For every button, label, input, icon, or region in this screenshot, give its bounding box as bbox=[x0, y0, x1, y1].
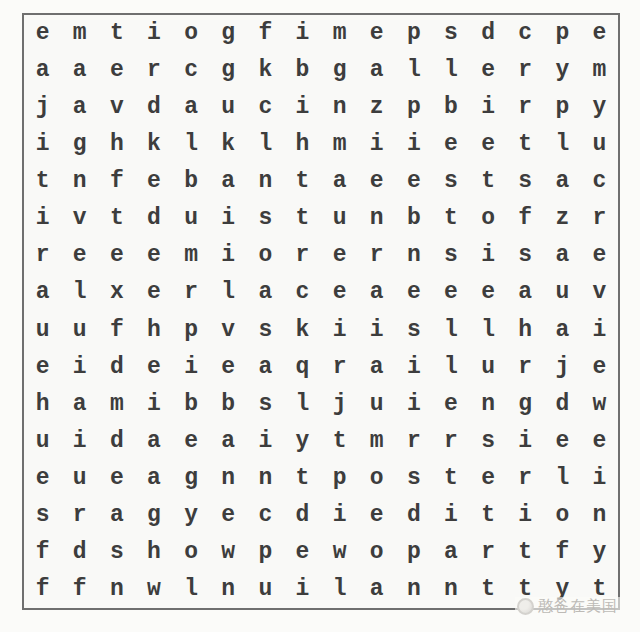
grid-cell-r9c10[interactable]: i bbox=[358, 312, 395, 349]
grid-cell-r6c1[interactable]: i bbox=[24, 200, 61, 237]
grid-cell-r14c16[interactable]: n bbox=[581, 497, 618, 534]
grid-cell-r7c15[interactable]: a bbox=[544, 237, 581, 274]
grid-cell-r16c2[interactable]: f bbox=[61, 571, 98, 608]
grid-cell-r2c4[interactable]: r bbox=[135, 52, 172, 89]
grid-cell-r10c16[interactable]: e bbox=[581, 349, 618, 386]
grid-cell-r15c16[interactable]: y bbox=[581, 534, 618, 571]
grid-cell-r15c1[interactable]: f bbox=[24, 534, 61, 571]
grid-cell-r4c5[interactable]: l bbox=[173, 126, 210, 163]
grid-cell-r14c1[interactable]: s bbox=[24, 497, 61, 534]
grid-cell-r11c13[interactable]: n bbox=[470, 386, 507, 423]
grid-cell-r12c10[interactable]: m bbox=[358, 423, 395, 460]
word-search-grid: emtiogfimepsdcpeaaercgkbgallerymjavdauci… bbox=[22, 13, 620, 610]
grid-cell-r1c16[interactable]: e bbox=[581, 15, 618, 52]
grid-cell-r5c2[interactable]: n bbox=[61, 163, 98, 200]
grid-cell-r1c15[interactable]: p bbox=[544, 15, 581, 52]
grid-cell-r8c12[interactable]: e bbox=[432, 274, 469, 311]
grid-cell-r9c13[interactable]: l bbox=[470, 312, 507, 349]
grid-cell-r10c7[interactable]: a bbox=[247, 349, 284, 386]
grid-cell-r5c9[interactable]: a bbox=[321, 163, 358, 200]
grid-cell-r7c1[interactable]: r bbox=[24, 237, 61, 274]
grid-cell-r9c4[interactable]: h bbox=[135, 312, 172, 349]
grid-cell-r3c6[interactable]: u bbox=[210, 89, 247, 126]
grid-cell-r9c7[interactable]: s bbox=[247, 312, 284, 349]
grid-cell-r1c1[interactable]: e bbox=[24, 15, 61, 52]
grid-cell-r7c12[interactable]: s bbox=[432, 237, 469, 274]
grid-cell-r14c12[interactable]: i bbox=[432, 497, 469, 534]
grid-cell-r9c15[interactable]: a bbox=[544, 312, 581, 349]
grid-cell-r14c7[interactable]: c bbox=[247, 497, 284, 534]
grid-cell-r12c11[interactable]: r bbox=[395, 423, 432, 460]
grid-cell-r7c8[interactable]: r bbox=[284, 237, 321, 274]
grid-cell-r11c8[interactable]: l bbox=[284, 386, 321, 423]
grid-cell-r11c6[interactable]: b bbox=[210, 386, 247, 423]
grid-cell-r8c10[interactable]: a bbox=[358, 274, 395, 311]
grid-cell-r7c6[interactable]: i bbox=[210, 237, 247, 274]
grid-cell-r3c10[interactable]: z bbox=[358, 89, 395, 126]
grid-cell-r11c15[interactable]: d bbox=[544, 386, 581, 423]
grid-cell-r5c16[interactable]: c bbox=[581, 163, 618, 200]
grid-cell-r13c8[interactable]: t bbox=[284, 460, 321, 497]
grid-cell-r5c6[interactable]: a bbox=[210, 163, 247, 200]
grid-cell-r9c5[interactable]: p bbox=[173, 312, 210, 349]
grid-cell-r11c14[interactable]: g bbox=[507, 386, 544, 423]
grid-cell-r7c5[interactable]: m bbox=[173, 237, 210, 274]
grid-cell-r15c14[interactable]: t bbox=[507, 534, 544, 571]
grid-cell-r13c9[interactable]: p bbox=[321, 460, 358, 497]
grid-cell-r5c15[interactable]: a bbox=[544, 163, 581, 200]
grid-cell-r1c13[interactable]: d bbox=[470, 15, 507, 52]
grid-cell-r1c7[interactable]: f bbox=[247, 15, 284, 52]
watermark-logo-icon bbox=[517, 598, 534, 615]
grid-cell-r11c11[interactable]: i bbox=[395, 386, 432, 423]
grid-cell-r3c1[interactable]: j bbox=[24, 89, 61, 126]
grid-cell-r4c7[interactable]: l bbox=[247, 126, 284, 163]
grid-cell-r15c3[interactable]: s bbox=[98, 534, 135, 571]
grid-cell-r5c10[interactable]: e bbox=[358, 163, 395, 200]
grid-cell-r4c8[interactable]: h bbox=[284, 126, 321, 163]
grid-cell-r10c8[interactable]: q bbox=[284, 349, 321, 386]
grid-cell-r15c2[interactable]: d bbox=[61, 534, 98, 571]
grid-cell-r1c10[interactable]: e bbox=[358, 15, 395, 52]
grid-cell-r2c3[interactable]: e bbox=[98, 52, 135, 89]
grid-cell-r3c15[interactable]: p bbox=[544, 89, 581, 126]
grid-cell-r4c16[interactable]: u bbox=[581, 126, 618, 163]
grid-cell-r5c8[interactable]: t bbox=[284, 163, 321, 200]
grid-cell-r10c5[interactable]: i bbox=[173, 349, 210, 386]
grid-cell-r4c13[interactable]: e bbox=[470, 126, 507, 163]
grid-cell-r11c7[interactable]: s bbox=[247, 386, 284, 423]
grid-cell-r10c12[interactable]: l bbox=[432, 349, 469, 386]
grid-cell-r3c14[interactable]: r bbox=[507, 89, 544, 126]
grid-cell-r13c14[interactable]: r bbox=[507, 460, 544, 497]
grid-cell-r7c3[interactable]: e bbox=[98, 237, 135, 274]
grid-cell-r9c14[interactable]: h bbox=[507, 312, 544, 349]
grid-cell-r14c8[interactable]: d bbox=[284, 497, 321, 534]
grid-cell-r12c7[interactable]: i bbox=[247, 423, 284, 460]
grid-cell-r4c2[interactable]: g bbox=[61, 126, 98, 163]
grid-cell-r15c6[interactable]: w bbox=[210, 534, 247, 571]
grid-cell-r8c2[interactable]: l bbox=[61, 274, 98, 311]
grid-cell-r12c2[interactable]: i bbox=[61, 423, 98, 460]
grid-cell-r9c3[interactable]: f bbox=[98, 312, 135, 349]
grid-cell-r10c14[interactable]: r bbox=[507, 349, 544, 386]
grid-cell-r13c7[interactable]: n bbox=[247, 460, 284, 497]
grid-cell-r8c3[interactable]: x bbox=[98, 274, 135, 311]
grid-cell-r2c14[interactable]: r bbox=[507, 52, 544, 89]
grid-cell-r16c4[interactable]: w bbox=[135, 571, 172, 608]
grid-cell-r3c9[interactable]: n bbox=[321, 89, 358, 126]
grid-cell-r9c11[interactable]: s bbox=[395, 312, 432, 349]
grid-cell-r12c14[interactable]: i bbox=[507, 423, 544, 460]
grid-cell-r11c5[interactable]: b bbox=[173, 386, 210, 423]
grid-cell-r13c12[interactable]: t bbox=[432, 460, 469, 497]
grid-cell-r13c10[interactable]: o bbox=[358, 460, 395, 497]
grid-cell-r4c4[interactable]: k bbox=[135, 126, 172, 163]
grid-cell-r14c4[interactable]: g bbox=[135, 497, 172, 534]
grid-cell-r2c5[interactable]: c bbox=[173, 52, 210, 89]
grid-cell-r10c6[interactable]: e bbox=[210, 349, 247, 386]
grid-cell-r16c11[interactable]: n bbox=[395, 571, 432, 608]
grid-cell-r5c1[interactable]: t bbox=[24, 163, 61, 200]
grid-cell-r10c11[interactable]: i bbox=[395, 349, 432, 386]
grid-cell-r1c5[interactable]: o bbox=[173, 15, 210, 52]
grid-cell-r9c1[interactable]: u bbox=[24, 312, 61, 349]
grid-cell-r7c11[interactable]: n bbox=[395, 237, 432, 274]
grid-cell-r7c7[interactable]: o bbox=[247, 237, 284, 274]
grid-cell-r10c10[interactable]: a bbox=[358, 349, 395, 386]
grid-cell-r13c13[interactable]: e bbox=[470, 460, 507, 497]
grid-cell-r1c9[interactable]: m bbox=[321, 15, 358, 52]
grid-cell-r10c3[interactable]: d bbox=[98, 349, 135, 386]
grid-cell-r13c6[interactable]: n bbox=[210, 460, 247, 497]
grid-cell-r7c14[interactable]: s bbox=[507, 237, 544, 274]
grid-cell-r15c11[interactable]: p bbox=[395, 534, 432, 571]
grid-cell-r12c8[interactable]: y bbox=[284, 423, 321, 460]
grid-cell-r13c5[interactable]: g bbox=[173, 460, 210, 497]
grid-cell-r3c7[interactable]: c bbox=[247, 89, 284, 126]
grid-cell-r2c8[interactable]: b bbox=[284, 52, 321, 89]
grid-cell-r14c13[interactable]: t bbox=[470, 497, 507, 534]
grid-cell-r6c7[interactable]: s bbox=[247, 200, 284, 237]
grid-cell-r10c4[interactable]: e bbox=[135, 349, 172, 386]
grid-cell-r13c1[interactable]: e bbox=[24, 460, 61, 497]
grid-cell-r4c9[interactable]: m bbox=[321, 126, 358, 163]
grid-cell-r13c2[interactable]: u bbox=[61, 460, 98, 497]
grid-cell-r5c4[interactable]: e bbox=[135, 163, 172, 200]
grid-cell-r4c10[interactable]: i bbox=[358, 126, 395, 163]
grid-cell-r11c16[interactable]: w bbox=[581, 386, 618, 423]
grid-cell-r14c2[interactable]: r bbox=[61, 497, 98, 534]
grid-cell-r1c11[interactable]: p bbox=[395, 15, 432, 52]
grid-cell-r14c15[interactable]: o bbox=[544, 497, 581, 534]
grid-cell-r1c3[interactable]: t bbox=[98, 15, 135, 52]
grid-cell-r15c8[interactable]: e bbox=[284, 534, 321, 571]
grid-cell-r3c3[interactable]: v bbox=[98, 89, 135, 126]
grid-cell-r8c14[interactable]: a bbox=[507, 274, 544, 311]
grid-cell-r5c12[interactable]: s bbox=[432, 163, 469, 200]
grid-cell-r7c2[interactable]: e bbox=[61, 237, 98, 274]
grid-cell-r8c9[interactable]: e bbox=[321, 274, 358, 311]
grid-cell-r4c3[interactable]: h bbox=[98, 126, 135, 163]
grid-cell-r3c8[interactable]: i bbox=[284, 89, 321, 126]
grid-cell-r10c9[interactable]: r bbox=[321, 349, 358, 386]
grid-cell-r16c8[interactable]: i bbox=[284, 571, 321, 608]
grid-cell-r11c9[interactable]: j bbox=[321, 386, 358, 423]
grid-cell-r9c2[interactable]: u bbox=[61, 312, 98, 349]
grid-cell-r8c15[interactable]: u bbox=[544, 274, 581, 311]
grid-cell-r2c15[interactable]: y bbox=[544, 52, 581, 89]
grid-cell-r16c3[interactable]: n bbox=[98, 571, 135, 608]
grid-cell-r6c3[interactable]: t bbox=[98, 200, 135, 237]
grid-cell-r6c9[interactable]: u bbox=[321, 200, 358, 237]
grid-cell-r11c1[interactable]: h bbox=[24, 386, 61, 423]
grid-cell-r1c8[interactable]: i bbox=[284, 15, 321, 52]
grid-cell-r8c16[interactable]: v bbox=[581, 274, 618, 311]
grid-cell-r8c1[interactable]: a bbox=[24, 274, 61, 311]
grid-cell-r6c14[interactable]: f bbox=[507, 200, 544, 237]
grid-cell-r2c13[interactable]: e bbox=[470, 52, 507, 89]
grid-cell-r8c7[interactable]: a bbox=[247, 274, 284, 311]
grid-cell-r2c16[interactable]: m bbox=[581, 52, 618, 89]
grid-cell-r10c13[interactable]: u bbox=[470, 349, 507, 386]
grid-cell-r3c4[interactable]: d bbox=[135, 89, 172, 126]
grid-cell-r14c11[interactable]: d bbox=[395, 497, 432, 534]
grid-cell-r10c2[interactable]: i bbox=[61, 349, 98, 386]
grid-cell-r4c6[interactable]: k bbox=[210, 126, 247, 163]
grid-cell-r1c12[interactable]: s bbox=[432, 15, 469, 52]
grid-cell-r12c1[interactable]: u bbox=[24, 423, 61, 460]
grid-cell-r13c15[interactable]: l bbox=[544, 460, 581, 497]
grid-cell-r14c6[interactable]: e bbox=[210, 497, 247, 534]
grid-cell-r4c12[interactable]: e bbox=[432, 126, 469, 163]
grid-cell-r1c14[interactable]: c bbox=[507, 15, 544, 52]
grid-cell-r8c6[interactable]: l bbox=[210, 274, 247, 311]
grid-cell-r1c2[interactable]: m bbox=[61, 15, 98, 52]
grid-cell-r13c4[interactable]: a bbox=[135, 460, 172, 497]
grid-cell-r3c5[interactable]: a bbox=[173, 89, 210, 126]
grid-cell-r14c14[interactable]: i bbox=[507, 497, 544, 534]
grid-cell-r5c5[interactable]: b bbox=[173, 163, 210, 200]
grid-cell-r3c12[interactable]: b bbox=[432, 89, 469, 126]
grid-cell-r3c2[interactable]: a bbox=[61, 89, 98, 126]
grid-cell-r12c5[interactable]: e bbox=[173, 423, 210, 460]
grid-cell-r12c6[interactable]: a bbox=[210, 423, 247, 460]
grid-cell-r9c6[interactable]: v bbox=[210, 312, 247, 349]
grid-cell-r11c2[interactable]: a bbox=[61, 386, 98, 423]
grid-cell-r16c7[interactable]: u bbox=[247, 571, 284, 608]
grid-cell-r9c12[interactable]: l bbox=[432, 312, 469, 349]
grid-cell-r6c16[interactable]: r bbox=[581, 200, 618, 237]
grid-cell-r15c15[interactable]: f bbox=[544, 534, 581, 571]
grid-cell-r12c15[interactable]: e bbox=[544, 423, 581, 460]
grid-cell-r13c3[interactable]: e bbox=[98, 460, 135, 497]
grid-cell-r2c6[interactable]: g bbox=[210, 52, 247, 89]
grid-cell-r5c13[interactable]: t bbox=[470, 163, 507, 200]
grid-cell-r8c13[interactable]: e bbox=[470, 274, 507, 311]
grid-cell-r1c4[interactable]: i bbox=[135, 15, 172, 52]
grid-cell-r6c6[interactable]: i bbox=[210, 200, 247, 237]
grid-cell-r12c9[interactable]: t bbox=[321, 423, 358, 460]
grid-cell-r14c9[interactable]: i bbox=[321, 497, 358, 534]
watermark-text: 憨爸在美国 bbox=[538, 597, 618, 616]
grid-cell-r13c16[interactable]: i bbox=[581, 460, 618, 497]
grid-cell-r5c11[interactable]: e bbox=[395, 163, 432, 200]
grid-cell-r8c5[interactable]: r bbox=[173, 274, 210, 311]
grid-cell-r4c1[interactable]: i bbox=[24, 126, 61, 163]
grid-cell-r15c9[interactable]: w bbox=[321, 534, 358, 571]
grid-cell-r3c16[interactable]: y bbox=[581, 89, 618, 126]
grid-cell-r4c11[interactable]: i bbox=[395, 126, 432, 163]
grid-cell-r6c5[interactable]: u bbox=[173, 200, 210, 237]
grid-cell-r9c16[interactable]: i bbox=[581, 312, 618, 349]
grid-cell-r5c3[interactable]: f bbox=[98, 163, 135, 200]
grid-cell-r12c12[interactable]: r bbox=[432, 423, 469, 460]
grid-cell-r2c1[interactable]: a bbox=[24, 52, 61, 89]
grid-cell-r14c3[interactable]: a bbox=[98, 497, 135, 534]
grid-cell-r16c12[interactable]: n bbox=[432, 571, 469, 608]
grid-cell-r4c14[interactable]: t bbox=[507, 126, 544, 163]
grid-cell-r16c9[interactable]: l bbox=[321, 571, 358, 608]
grid-cell-r11c10[interactable]: u bbox=[358, 386, 395, 423]
grid-cell-r12c4[interactable]: a bbox=[135, 423, 172, 460]
grid-cell-r2c7[interactable]: k bbox=[247, 52, 284, 89]
grid-cell-r6c10[interactable]: n bbox=[358, 200, 395, 237]
grid-cell-r1c6[interactable]: g bbox=[210, 15, 247, 52]
grid-cell-r11c3[interactable]: m bbox=[98, 386, 135, 423]
grid-cell-r3c11[interactable]: p bbox=[395, 89, 432, 126]
grid-cell-r9c8[interactable]: k bbox=[284, 312, 321, 349]
grid-cell-r6c13[interactable]: o bbox=[470, 200, 507, 237]
grid-cell-r6c4[interactable]: d bbox=[135, 200, 172, 237]
grid-cell-r12c16[interactable]: e bbox=[581, 423, 618, 460]
grid-cell-r11c4[interactable]: i bbox=[135, 386, 172, 423]
grid-cell-r12c3[interactable]: d bbox=[98, 423, 135, 460]
grid-cell-r5c14[interactable]: s bbox=[507, 163, 544, 200]
grid-cell-r6c15[interactable]: z bbox=[544, 200, 581, 237]
grid-cell-r7c9[interactable]: e bbox=[321, 237, 358, 274]
grid-cell-r8c4[interactable]: e bbox=[135, 274, 172, 311]
grid-cell-r7c10[interactable]: r bbox=[358, 237, 395, 274]
grid-cell-r14c10[interactable]: e bbox=[358, 497, 395, 534]
grid-cell-r16c1[interactable]: f bbox=[24, 571, 61, 608]
grid-cell-r2c11[interactable]: l bbox=[395, 52, 432, 89]
grid-cell-r9c9[interactable]: i bbox=[321, 312, 358, 349]
grid-cell-r15c12[interactable]: a bbox=[432, 534, 469, 571]
watermark: 憨爸在美国 bbox=[515, 597, 620, 616]
grid-cell-r2c2[interactable]: a bbox=[61, 52, 98, 89]
grid-cell-r2c9[interactable]: g bbox=[321, 52, 358, 89]
grid-cell-r6c8[interactable]: t bbox=[284, 200, 321, 237]
grid-cell-r15c4[interactable]: h bbox=[135, 534, 172, 571]
grid-cell-r16c13[interactable]: t bbox=[470, 571, 507, 608]
grid-cell-r16c10[interactable]: a bbox=[358, 571, 395, 608]
grid-cell-r3c13[interactable]: i bbox=[470, 89, 507, 126]
grid-cell-r14c5[interactable]: y bbox=[173, 497, 210, 534]
grid-cell-r13c11[interactable]: s bbox=[395, 460, 432, 497]
grid-cell-r16c6[interactable]: n bbox=[210, 571, 247, 608]
grid-cell-r6c12[interactable]: t bbox=[432, 200, 469, 237]
grid-cell-r6c11[interactable]: b bbox=[395, 200, 432, 237]
grid-cell-r5c7[interactable]: n bbox=[247, 163, 284, 200]
grid-cell-r7c4[interactable]: e bbox=[135, 237, 172, 274]
grid-cell-r2c12[interactable]: l bbox=[432, 52, 469, 89]
grid-cell-r15c7[interactable]: p bbox=[247, 534, 284, 571]
grid-cell-r6c2[interactable]: v bbox=[61, 200, 98, 237]
grid-cell-r4c15[interactable]: l bbox=[544, 126, 581, 163]
grid-cell-r10c1[interactable]: e bbox=[24, 349, 61, 386]
grid-cell-r7c13[interactable]: i bbox=[470, 237, 507, 274]
grid-cell-r12c13[interactable]: s bbox=[470, 423, 507, 460]
grid-cell-r7c16[interactable]: e bbox=[581, 237, 618, 274]
grid-cell-r11c12[interactable]: e bbox=[432, 386, 469, 423]
grid-cell-r2c10[interactable]: a bbox=[358, 52, 395, 89]
grid-cell-r15c10[interactable]: o bbox=[358, 534, 395, 571]
grid-cell-r15c5[interactable]: o bbox=[173, 534, 210, 571]
grid-cell-r10c15[interactable]: j bbox=[544, 349, 581, 386]
grid-cell-r15c13[interactable]: r bbox=[470, 534, 507, 571]
grid-cell-r8c11[interactable]: e bbox=[395, 274, 432, 311]
grid-cell-r8c8[interactable]: c bbox=[284, 274, 321, 311]
grid-cell-r16c5[interactable]: l bbox=[173, 571, 210, 608]
